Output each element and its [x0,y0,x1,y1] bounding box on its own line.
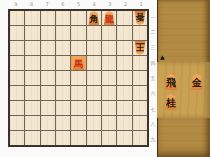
file-labels: 987654321 [8,1,149,8]
file-label: 1 [133,1,149,8]
rank-label: 六 [149,86,157,101]
board-cell-4-三[interactable] [87,41,101,55]
board-cell-3-八[interactable] [102,116,116,130]
board-cell-3-三[interactable] [102,41,116,55]
hand-knight-piece[interactable]: 桂 [165,94,178,110]
sente-turn-indicator: ▲ [160,53,165,61]
board-cell-9-七[interactable] [10,101,24,115]
board-cell-8-二[interactable] [25,26,39,40]
file-label: 7 [39,1,55,8]
board-cell-9-二[interactable] [10,26,24,40]
board-cell-1-二[interactable] [133,26,147,40]
file-label: 6 [55,1,71,8]
board-cell-7-五[interactable] [41,71,55,85]
board-cell-6-五[interactable] [56,71,70,85]
file-label: 5 [71,1,87,8]
board-cell-9-八[interactable] [10,116,24,130]
file-label: 8 [24,1,40,8]
hand-panel: ▲ 飛金桂 [157,0,210,157]
board-cell-2-六[interactable] [117,86,131,100]
board-cell-6-九[interactable] [56,131,70,145]
board-cell-5-七[interactable] [71,101,85,115]
board-cell-5-二[interactable] [71,26,85,40]
hand-gold-piece[interactable]: 金 [191,74,204,90]
rank-label: 七 [149,101,157,116]
board-cell-7-三[interactable] [41,41,55,55]
board-cell-7-六[interactable] [41,86,55,100]
board-cell-9-一[interactable] [10,11,24,25]
board-cell-9-九[interactable] [10,131,24,145]
board-cell-5-九[interactable] [71,131,85,145]
piece-kanji: 桂 [166,96,176,110]
board-cell-8-三[interactable] [25,41,39,55]
rank-label: 四 [149,55,157,70]
hand-rook-piece[interactable]: 飛 [165,74,178,90]
board-cell-6-一[interactable] [56,11,70,25]
board-cell-2-二[interactable] [117,26,131,40]
board-cell-3-一[interactable]: 龍 [102,11,116,25]
board-cell-2-五[interactable] [117,71,131,85]
board-cell-4-二[interactable] [87,26,101,40]
board-cell-6-八[interactable] [56,116,70,130]
board-cell-4-七[interactable] [87,101,101,115]
hand-pieces: 飛金桂 [158,72,209,116]
board-cell-4-六[interactable] [87,86,101,100]
board-cell-8-四[interactable] [25,56,39,70]
board-cell-8-一[interactable] [25,11,39,25]
piece-kanji: 馬 [74,58,83,70]
board-cell-7-八[interactable] [41,116,55,130]
board-cell-8-九[interactable] [25,131,39,145]
board-cell-4-四[interactable] [87,56,101,70]
board-cell-5-五[interactable] [71,71,85,85]
board-cell-3-七[interactable] [102,101,116,115]
board-cell-2-八[interactable] [117,116,131,130]
rank-label: 二 [149,24,157,39]
rank-label: 五 [149,70,157,85]
gote-king-piece[interactable]: 王 [134,41,146,55]
board-cell-7-七[interactable] [41,101,55,115]
board-cell-1-八[interactable] [133,116,147,130]
board-cell-6-二[interactable] [56,26,70,40]
gote-lance-piece[interactable]: 香 [134,11,146,25]
board-cell-1-三[interactable]: 王 [133,41,147,55]
piece-kanji: 王 [135,41,144,53]
board-cell-5-八[interactable] [71,116,85,130]
shogi-board: 角龍香王馬 [8,9,149,147]
board-cell-1-四[interactable] [133,56,147,70]
board-cell-9-四[interactable] [10,56,24,70]
board-cell-6-七[interactable] [56,101,70,115]
board-cell-2-三[interactable] [117,41,131,55]
rank-label: 九 [149,132,157,147]
board-cell-6-四[interactable] [56,56,70,70]
board-cell-8-八[interactable] [25,116,39,130]
board-cell-8-七[interactable] [25,101,39,115]
board-cell-4-一[interactable]: 角 [87,11,101,25]
board-cell-3-六[interactable] [102,86,116,100]
board-cell-1-七[interactable] [133,101,147,115]
board-cell-2-四[interactable] [117,56,131,70]
board-cell-5-六[interactable] [71,86,85,100]
sente-dragon-piece[interactable]: 龍 [103,11,115,25]
file-label: 3 [102,1,118,8]
board-cell-4-八[interactable] [87,116,101,130]
sente-bishop-piece[interactable]: 角 [88,11,100,25]
board-cell-2-一[interactable] [117,11,131,25]
file-label: 9 [8,1,24,8]
file-label: 2 [118,1,134,8]
rank-label: 一 [149,9,157,24]
piece-kanji: 金 [192,76,202,90]
board-cell-2-九[interactable] [117,131,131,145]
board-cell-7-四[interactable] [41,56,55,70]
board-cell-1-五[interactable] [133,71,147,85]
board-cell-3-九[interactable] [102,131,116,145]
piece-kanji: 香 [135,11,144,23]
board-cell-5-四[interactable]: 馬 [71,56,85,70]
board-cell-5-三[interactable] [71,41,85,55]
board-cell-8-六[interactable] [25,86,39,100]
sente-horse-piece[interactable]: 馬 [72,56,84,70]
board-cell-9-六[interactable] [10,86,24,100]
board-cell-9-五[interactable] [10,71,24,85]
board-cell-3-二[interactable] [102,26,116,40]
board-cell-6-三[interactable] [56,41,70,55]
board-cell-9-三[interactable] [10,41,24,55]
board-cell-1-九[interactable] [133,131,147,145]
board-cell-7-二[interactable] [41,26,55,40]
board-cell-6-六[interactable] [56,86,70,100]
board-cell-3-五[interactable] [102,71,116,85]
rank-label: 三 [149,40,157,55]
board-cell-2-七[interactable] [117,101,131,115]
board-cell-4-五[interactable] [87,71,101,85]
board-cell-3-四[interactable] [102,56,116,70]
piece-kanji: 龍 [105,13,114,25]
board-cell-8-五[interactable] [25,71,39,85]
board-cell-7-一[interactable] [41,11,55,25]
file-label: 4 [86,1,102,8]
board-cell-1-一[interactable]: 香 [133,11,147,25]
board-cell-5-一[interactable] [71,11,85,25]
piece-kanji: 飛 [166,76,176,90]
board-cell-1-六[interactable] [133,86,147,100]
rank-label: 八 [149,116,157,131]
piece-kanji: 角 [89,13,98,25]
board-cell-4-九[interactable] [87,131,101,145]
board-cell-7-九[interactable] [41,131,55,145]
rank-labels: 一二三四五六七八九 [149,9,157,147]
